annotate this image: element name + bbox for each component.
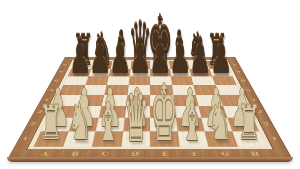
white-bishop-glyph: ♝: [97, 106, 118, 139]
black-pawn-glyph: ♟: [69, 42, 91, 72]
pieces-layer: ♜♞♝♛♚♝♞♜♟♟♟♟♟♟♟♟♟♟♟♟♟♟♟♟♜♞♝♛♚♝♞♜: [0, 0, 300, 169]
black-pawn-glyph: ♟: [129, 42, 151, 72]
white-queen-glyph: ♛: [123, 96, 149, 139]
chess-set-photo: ABCDEFGH 87654321 87654321 ♜♞♝♛♚♝♞♜♟♟♟♟♟…: [0, 0, 300, 169]
black-pawn-glyph: ♟: [109, 42, 131, 72]
white-bishop-glyph: ♝: [182, 106, 203, 139]
white-rook-glyph: ♜: [39, 109, 63, 138]
white-king-glyph: ♚: [150, 90, 177, 139]
white-knight-glyph: ♞: [208, 108, 232, 139]
white-knight-glyph: ♞: [68, 108, 92, 139]
black-pawn-glyph: ♟: [189, 42, 211, 72]
white-rook-glyph: ♜: [237, 109, 261, 138]
black-pawn-glyph: ♟: [89, 42, 111, 72]
black-pawn-glyph: ♟: [210, 42, 232, 72]
